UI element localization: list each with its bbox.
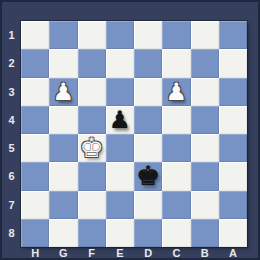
square-h1[interactable] [21, 21, 49, 49]
square-g2[interactable] [49, 49, 77, 77]
rank-label-8: 8 [2, 219, 21, 247]
square-h7[interactable] [21, 191, 49, 219]
file-label-a: A [219, 247, 247, 258]
square-f5[interactable]: ♚ [78, 134, 106, 162]
square-g1[interactable] [49, 21, 77, 49]
square-a3[interactable] [219, 78, 247, 106]
rank-label-6: 6 [2, 162, 21, 190]
square-c1[interactable] [162, 21, 190, 49]
file-label-d: D [134, 247, 162, 258]
square-d4[interactable] [134, 106, 162, 134]
square-h4[interactable] [21, 106, 49, 134]
square-d2[interactable] [134, 49, 162, 77]
board-frame: 12345678 ♟♟♟♚♚ HGFEDCBA [0, 0, 260, 260]
square-d6[interactable]: ♚ [134, 162, 162, 190]
square-g7[interactable] [49, 191, 77, 219]
square-h5[interactable] [21, 134, 49, 162]
rank-label-2: 2 [2, 49, 21, 77]
square-e3[interactable] [106, 78, 134, 106]
file-label-c: C [162, 247, 190, 258]
white-king[interactable]: ♚ [80, 135, 104, 162]
square-e5[interactable] [106, 134, 134, 162]
square-a1[interactable] [219, 21, 247, 49]
square-c7[interactable] [162, 191, 190, 219]
black-pawn[interactable]: ♟ [109, 108, 131, 132]
square-a6[interactable] [219, 162, 247, 190]
square-d1[interactable] [134, 21, 162, 49]
rank-label-5: 5 [2, 134, 21, 162]
square-h3[interactable] [21, 78, 49, 106]
rank-label-4: 4 [2, 106, 21, 134]
square-c3[interactable]: ♟ [162, 78, 190, 106]
square-b8[interactable] [191, 219, 219, 247]
square-g3[interactable]: ♟ [49, 78, 77, 106]
square-a2[interactable] [219, 49, 247, 77]
square-b1[interactable] [191, 21, 219, 49]
square-g5[interactable] [49, 134, 77, 162]
square-d5[interactable] [134, 134, 162, 162]
rank-label-3: 3 [2, 78, 21, 106]
rank-labels: 12345678 [2, 21, 21, 247]
square-c8[interactable] [162, 219, 190, 247]
square-d8[interactable] [134, 219, 162, 247]
rank-label-7: 7 [2, 191, 21, 219]
square-c5[interactable] [162, 134, 190, 162]
black-king[interactable]: ♚ [136, 163, 160, 190]
square-g4[interactable] [49, 106, 77, 134]
square-c2[interactable] [162, 49, 190, 77]
file-label-e: E [106, 247, 134, 258]
square-f1[interactable] [78, 21, 106, 49]
square-h6[interactable] [21, 162, 49, 190]
square-h8[interactable] [21, 219, 49, 247]
file-label-h: H [21, 247, 49, 258]
square-b4[interactable] [191, 106, 219, 134]
file-label-g: G [49, 247, 77, 258]
square-e6[interactable] [106, 162, 134, 190]
file-label-b: B [191, 247, 219, 258]
square-c6[interactable] [162, 162, 190, 190]
square-e1[interactable] [106, 21, 134, 49]
square-f6[interactable] [78, 162, 106, 190]
square-a8[interactable] [219, 219, 247, 247]
square-e7[interactable] [106, 191, 134, 219]
square-e8[interactable] [106, 219, 134, 247]
white-pawn[interactable]: ♟ [53, 80, 75, 104]
square-f3[interactable] [78, 78, 106, 106]
chess-board[interactable]: ♟♟♟♚♚ [21, 21, 247, 247]
square-b5[interactable] [191, 134, 219, 162]
square-e4[interactable]: ♟ [106, 106, 134, 134]
square-a5[interactable] [219, 134, 247, 162]
square-h2[interactable] [21, 49, 49, 77]
rank-label-1: 1 [2, 21, 21, 49]
square-g6[interactable] [49, 162, 77, 190]
white-pawn[interactable]: ♟ [166, 80, 188, 104]
square-e2[interactable] [106, 49, 134, 77]
square-d7[interactable] [134, 191, 162, 219]
square-c4[interactable] [162, 106, 190, 134]
square-f2[interactable] [78, 49, 106, 77]
file-label-f: F [78, 247, 106, 258]
square-b3[interactable] [191, 78, 219, 106]
square-b7[interactable] [191, 191, 219, 219]
square-f8[interactable] [78, 219, 106, 247]
square-b6[interactable] [191, 162, 219, 190]
square-b2[interactable] [191, 49, 219, 77]
square-a4[interactable] [219, 106, 247, 134]
square-f4[interactable] [78, 106, 106, 134]
square-f7[interactable] [78, 191, 106, 219]
square-a7[interactable] [219, 191, 247, 219]
file-labels: HGFEDCBA [21, 247, 247, 258]
square-g8[interactable] [49, 219, 77, 247]
square-d3[interactable] [134, 78, 162, 106]
